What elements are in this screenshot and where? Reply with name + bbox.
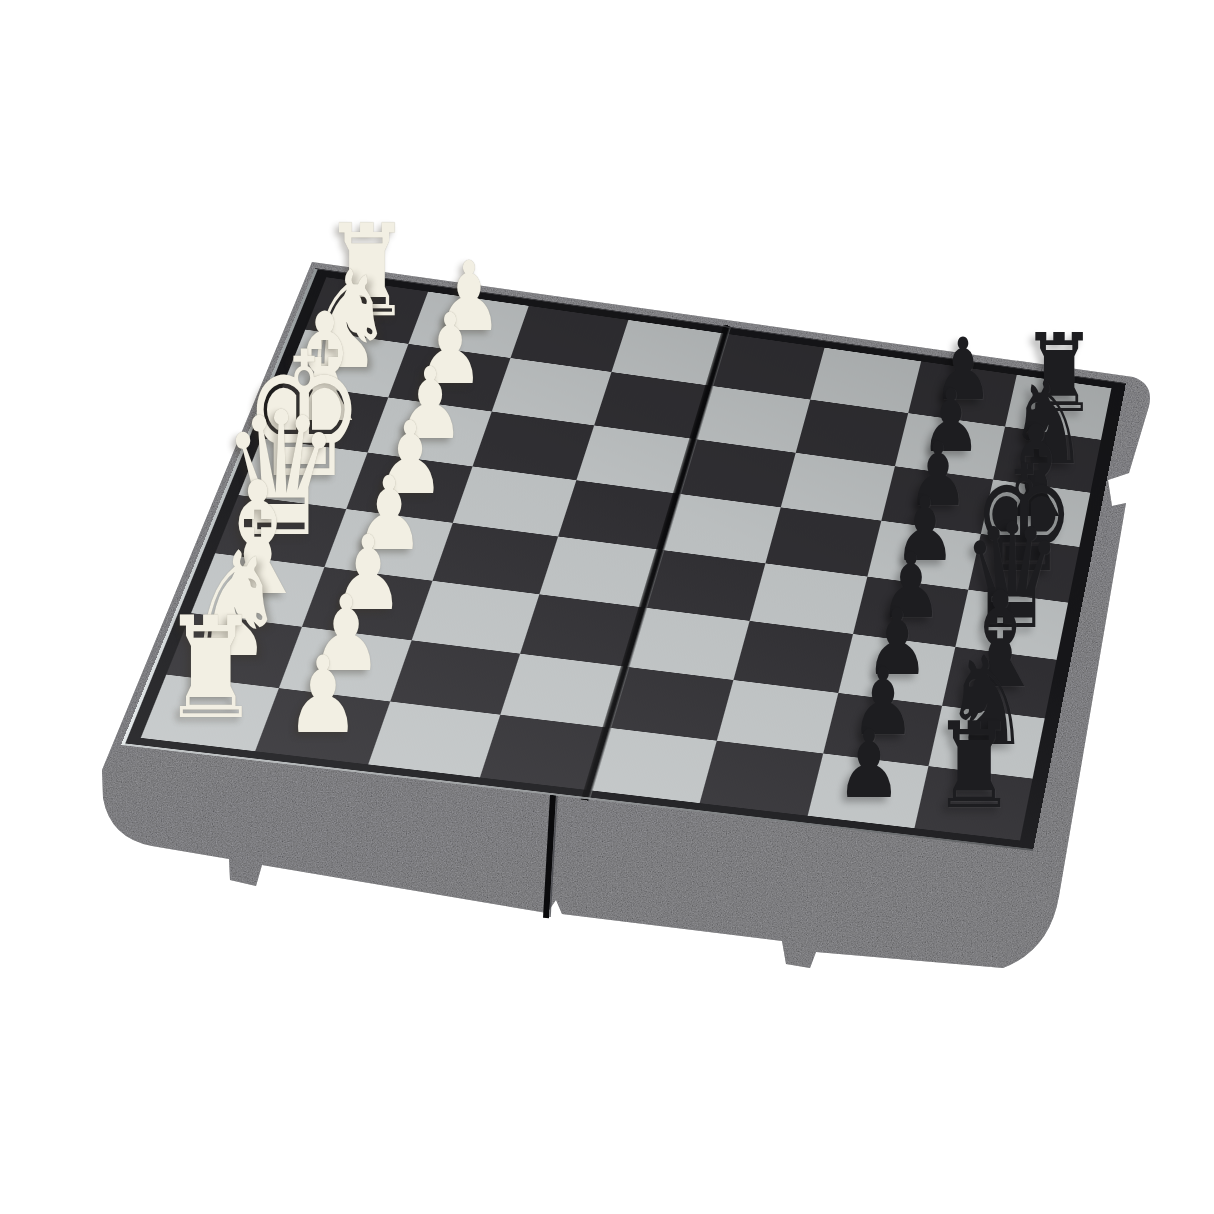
square-a5[interactable] — [590, 728, 716, 803]
square-a3[interactable] — [368, 701, 500, 777]
black-rook-a8[interactable]: ♜ — [933, 707, 1016, 826]
square-a6[interactable] — [700, 741, 824, 816]
white-rook-a1[interactable]: ♜ — [161, 599, 259, 740]
product-photo-scene: ♜♟♞♟♟♜♝♟♟♞♚♟♟♝♛♟♟♚♝♟♟♛♞♟♟♝♜♟♟♞♟♜ folding… — [0, 0, 1214, 1214]
white-pawn-a2[interactable]: ♟ — [286, 643, 360, 749]
black-pawn-a7[interactable]: ♟ — [836, 717, 902, 811]
